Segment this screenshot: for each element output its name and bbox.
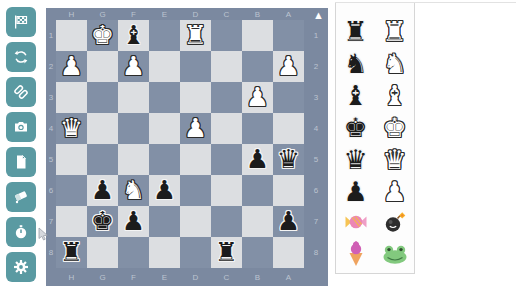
palette-white-pawn[interactable]: ♟	[375, 176, 414, 208]
square-a2[interactable]: ♟	[273, 51, 304, 82]
square-h3[interactable]	[56, 82, 87, 113]
square-d7[interactable]	[180, 206, 211, 237]
square-h6[interactable]	[56, 175, 87, 206]
ice-cream-icon	[347, 241, 365, 271]
rank-labels-right: 12345678	[304, 20, 328, 268]
white-knight: ♞	[122, 175, 145, 206]
file-label: A	[273, 8, 304, 20]
palette-candy[interactable]	[336, 208, 375, 240]
black-rook-icon: ♜	[343, 16, 367, 48]
white-pawn-icon: ♟	[382, 176, 406, 208]
black-king: ♚	[91, 206, 114, 237]
black-pawn: ♟	[91, 175, 114, 206]
square-d6[interactable]	[180, 175, 211, 206]
white-pawn: ♟	[184, 113, 207, 144]
square-c8[interactable]: ♜	[211, 237, 242, 268]
camera-icon	[13, 119, 29, 135]
rank-label: 3	[46, 82, 56, 113]
square-g1[interactable]: ♚	[87, 20, 118, 51]
file-label: F	[118, 268, 149, 286]
white-pawn: ♟	[60, 51, 83, 82]
square-b7[interactable]	[242, 206, 273, 237]
square-c1[interactable]	[211, 20, 242, 51]
palette-white-bishop[interactable]: ♝	[375, 80, 414, 112]
eraser-icon	[13, 189, 29, 205]
gear-button[interactable]	[6, 252, 36, 282]
rank-label: 4	[304, 113, 328, 144]
square-c7[interactable]	[211, 206, 242, 237]
document-button[interactable]	[6, 147, 36, 177]
palette-row: ♝♝	[336, 80, 414, 112]
white-queen-icon: ♛	[382, 144, 406, 176]
square-b3[interactable]: ♟	[242, 82, 273, 113]
rank-label: 4	[46, 113, 56, 144]
palette-row: ♞♞	[336, 48, 414, 80]
square-c6[interactable]	[211, 175, 242, 206]
palette-row: ♚♚	[336, 112, 414, 144]
rank-label: 5	[304, 144, 328, 175]
rank-label: 5	[46, 144, 56, 175]
square-c2[interactable]	[211, 51, 242, 82]
square-b1[interactable]	[242, 20, 273, 51]
square-e1[interactable]	[149, 20, 180, 51]
square-d8[interactable]	[180, 237, 211, 268]
square-e4[interactable]	[149, 113, 180, 144]
square-d3[interactable]	[180, 82, 211, 113]
square-a3[interactable]	[273, 82, 304, 113]
file-label: E	[149, 268, 180, 286]
file-label: G	[87, 8, 118, 20]
chess-editor-app: HGFEDCBA 12345678 12345678 HGFEDCBA ▲ ♚♝…	[0, 0, 516, 290]
square-f3[interactable]	[118, 82, 149, 113]
rank-label: 3	[304, 82, 328, 113]
rank-label: 7	[304, 206, 328, 237]
rank-label: 7	[46, 206, 56, 237]
square-d5[interactable]	[180, 144, 211, 175]
square-g3[interactable]	[87, 82, 118, 113]
rank-labels-left: 12345678	[46, 20, 56, 268]
white-bishop-icon: ♝	[382, 80, 406, 112]
palette-row	[336, 240, 414, 272]
square-e3[interactable]	[149, 82, 180, 113]
black-bishop: ♝	[122, 20, 145, 51]
white-king: ♚	[91, 20, 114, 51]
rank-label: 1	[46, 20, 56, 51]
rank-label: 8	[46, 237, 56, 268]
square-f2[interactable]: ♟	[118, 51, 149, 82]
palette-row	[336, 208, 414, 240]
file-label: A	[273, 268, 304, 286]
square-d4[interactable]: ♟	[180, 113, 211, 144]
white-pawn: ♟	[122, 51, 145, 82]
square-g2[interactable]	[87, 51, 118, 82]
square-a4[interactable]	[273, 113, 304, 144]
eraser-button[interactable]	[6, 182, 36, 212]
square-e2[interactable]	[149, 51, 180, 82]
square-d1[interactable]: ♜	[180, 20, 211, 51]
stopwatch-icon	[13, 224, 29, 240]
black-pawn-icon: ♟	[343, 176, 367, 208]
refresh-button[interactable]	[6, 42, 36, 72]
black-king-icon: ♚	[343, 112, 367, 144]
file-label: E	[149, 8, 180, 20]
file-labels-bottom: HGFEDCBA	[56, 268, 304, 286]
square-h2[interactable]: ♟	[56, 51, 87, 82]
square-h5[interactable]	[56, 144, 87, 175]
orientation-marker[interactable]: ▲	[313, 9, 324, 21]
stopwatch-button[interactable]	[6, 217, 36, 247]
bomb-icon	[383, 210, 407, 238]
square-g5[interactable]	[87, 144, 118, 175]
square-e6[interactable]: ♟	[149, 175, 180, 206]
file-label: H	[56, 8, 87, 20]
black-pawn: ♟	[122, 206, 145, 237]
black-rook: ♜	[215, 237, 238, 268]
black-pawn: ♟	[246, 144, 269, 175]
square-e7[interactable]	[149, 206, 180, 237]
palette-ice-cream[interactable]	[336, 240, 375, 272]
file-label: F	[118, 8, 149, 20]
square-c4[interactable]	[211, 113, 242, 144]
palette-black-pawn[interactable]: ♟	[336, 176, 375, 208]
file-label: D	[180, 268, 211, 286]
file-label: B	[242, 268, 273, 286]
square-a7[interactable]: ♟	[273, 206, 304, 237]
flag-icon	[13, 14, 29, 30]
square-h7[interactable]	[56, 206, 87, 237]
white-rook-icon: ♜	[382, 16, 406, 48]
file-label: C	[211, 268, 242, 286]
palette-black-queen[interactable]: ♛	[336, 144, 375, 176]
file-label: G	[87, 268, 118, 286]
board-squares: ♚♝♜♟♟♟♟♛♟♟♛♟♞♟♚♟♟♜♜	[56, 20, 304, 268]
rank-label: 1	[304, 20, 328, 51]
black-queen: ♛	[277, 144, 300, 175]
rank-label: 6	[46, 175, 56, 206]
palette-black-king[interactable]: ♚	[336, 112, 375, 144]
black-bishop-icon: ♝	[343, 80, 367, 112]
black-queen-icon: ♛	[343, 144, 367, 176]
square-f8[interactable]	[118, 237, 149, 268]
flag-button[interactable]	[6, 7, 36, 37]
black-knight-icon: ♞	[343, 48, 367, 80]
file-label: C	[211, 8, 242, 20]
file-labels-top: HGFEDCBA	[56, 8, 304, 20]
chess-board: HGFEDCBA 12345678 12345678 HGFEDCBA ▲ ♚♝…	[46, 8, 328, 286]
square-f4[interactable]	[118, 113, 149, 144]
palette-white-rook[interactable]: ♜	[375, 16, 414, 48]
camera-button[interactable]	[6, 112, 36, 142]
palette-white-king[interactable]: ♚	[375, 112, 414, 144]
black-rook: ♜	[60, 237, 83, 268]
palette-white-queen[interactable]: ♛	[375, 144, 414, 176]
rank-label: 6	[304, 175, 328, 206]
square-g6[interactable]: ♟	[87, 175, 118, 206]
square-f7[interactable]: ♟	[118, 206, 149, 237]
square-h1[interactable]	[56, 20, 87, 51]
square-b5[interactable]: ♟	[242, 144, 273, 175]
square-g4[interactable]	[87, 113, 118, 144]
palette-black-rook[interactable]: ♜	[336, 16, 375, 48]
white-queen: ♛	[60, 113, 83, 144]
rank-label: 2	[304, 51, 328, 82]
palette-row: ♛♛	[336, 144, 414, 176]
square-e5[interactable]	[149, 144, 180, 175]
white-knight-icon: ♞	[382, 48, 406, 80]
square-f5[interactable]	[118, 144, 149, 175]
piece-palette: ♜♜♞♞♝♝♚♚♛♛♟♟	[335, 3, 415, 274]
square-c3[interactable]	[211, 82, 242, 113]
link-button[interactable]	[6, 77, 36, 107]
black-pawn: ♟	[153, 175, 176, 206]
toolbar-sidebar	[6, 7, 36, 282]
square-e8[interactable]	[149, 237, 180, 268]
palette-bomb[interactable]	[375, 208, 414, 240]
link-icon	[13, 84, 29, 100]
square-b4[interactable]	[242, 113, 273, 144]
square-b2[interactable]	[242, 51, 273, 82]
palette-row: ♟♟	[336, 176, 414, 208]
square-f1[interactable]: ♝	[118, 20, 149, 51]
white-rook: ♜	[184, 20, 207, 51]
refresh-icon	[13, 49, 29, 65]
black-pawn: ♟	[277, 206, 300, 237]
file-label: D	[180, 8, 211, 20]
file-label: B	[242, 8, 273, 20]
rank-label: 8	[304, 237, 328, 268]
square-g7[interactable]: ♚	[87, 206, 118, 237]
palette-black-knight[interactable]: ♞	[336, 48, 375, 80]
square-h4[interactable]: ♛	[56, 113, 87, 144]
square-b8[interactable]	[242, 237, 273, 268]
square-d2[interactable]	[180, 51, 211, 82]
square-f6[interactable]: ♞	[118, 175, 149, 206]
square-b6[interactable]	[242, 175, 273, 206]
palette-white-knight[interactable]: ♞	[375, 48, 414, 80]
palette-frog[interactable]	[375, 240, 414, 272]
document-icon	[13, 154, 29, 170]
square-c5[interactable]	[211, 144, 242, 175]
frog-icon	[382, 244, 408, 268]
palette-area: ♜♜♞♞♝♝♚♚♛♛♟♟	[335, 2, 516, 290]
square-a8[interactable]	[273, 237, 304, 268]
white-pawn: ♟	[246, 82, 269, 113]
square-a1[interactable]	[273, 20, 304, 51]
square-a6[interactable]	[273, 175, 304, 206]
palette-black-bishop[interactable]: ♝	[336, 80, 375, 112]
palette-row: ♜♜	[336, 16, 414, 48]
white-king-icon: ♚	[382, 112, 406, 144]
white-pawn: ♟	[277, 51, 300, 82]
gear-icon	[13, 259, 29, 275]
square-g8[interactable]	[87, 237, 118, 268]
rank-label: 2	[46, 51, 56, 82]
square-h8[interactable]: ♜	[56, 237, 87, 268]
candy-icon	[344, 212, 368, 236]
square-a5[interactable]: ♛	[273, 144, 304, 175]
file-label: H	[56, 268, 87, 286]
